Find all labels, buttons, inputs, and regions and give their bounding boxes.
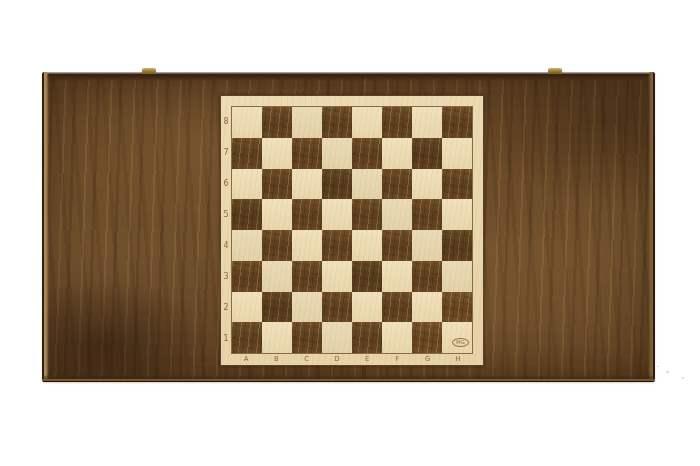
square-f4 xyxy=(382,230,412,261)
square-h8 xyxy=(442,107,472,138)
square-f8 xyxy=(382,107,412,138)
square-f3 xyxy=(382,261,412,292)
square-a1 xyxy=(232,322,262,353)
square-e5 xyxy=(352,199,382,230)
wooden-chess-box: 87654321 ABCDEFGH MG xyxy=(42,72,655,382)
rank-label-7: 7 xyxy=(221,137,231,168)
square-g7 xyxy=(412,138,442,169)
square-h3 xyxy=(442,261,472,292)
square-d6 xyxy=(322,169,352,200)
box-bottom-edge xyxy=(42,375,655,382)
rank-label-6: 6 xyxy=(221,168,231,199)
rank-label-5: 5 xyxy=(221,199,231,230)
square-g2 xyxy=(412,292,442,323)
rank-label-3: 3 xyxy=(221,261,231,292)
square-c8 xyxy=(292,107,322,138)
maker-logo: MG xyxy=(452,338,469,347)
square-g1 xyxy=(412,322,442,353)
square-f7 xyxy=(382,138,412,169)
rank-label-4: 4 xyxy=(221,230,231,261)
square-c5 xyxy=(292,199,322,230)
file-label-h: H xyxy=(443,353,473,365)
rank-label-1: 1 xyxy=(221,323,231,354)
square-h6 xyxy=(442,169,472,200)
square-b8 xyxy=(262,107,292,138)
file-label-c: C xyxy=(292,353,322,365)
file-label-d: D xyxy=(322,353,352,365)
square-c4 xyxy=(292,230,322,261)
rank-labels: 87654321 xyxy=(221,106,231,354)
square-e1 xyxy=(352,322,382,353)
square-e4 xyxy=(352,230,382,261)
dust-speck xyxy=(682,377,684,379)
square-d2 xyxy=(322,292,352,323)
square-e7 xyxy=(352,138,382,169)
square-b4 xyxy=(262,230,292,261)
file-label-f: F xyxy=(382,353,412,365)
photo-canvas: 87654321 ABCDEFGH MG xyxy=(0,0,700,466)
square-e8 xyxy=(352,107,382,138)
box-left-edge xyxy=(42,72,49,382)
square-b2 xyxy=(262,292,292,323)
square-g8 xyxy=(412,107,442,138)
square-a4 xyxy=(232,230,262,261)
file-label-a: A xyxy=(231,353,261,365)
square-b7 xyxy=(262,138,292,169)
file-label-e: E xyxy=(352,353,382,365)
square-f5 xyxy=(382,199,412,230)
file-label-g: G xyxy=(413,353,443,365)
square-b1 xyxy=(262,322,292,353)
file-labels: ABCDEFGH xyxy=(231,353,473,365)
square-h2 xyxy=(442,292,472,323)
square-g5 xyxy=(412,199,442,230)
square-d7 xyxy=(322,138,352,169)
board-grid xyxy=(231,106,473,354)
dust-speck xyxy=(657,366,659,367)
square-d8 xyxy=(322,107,352,138)
box-top-edge xyxy=(42,72,655,81)
square-a8 xyxy=(232,107,262,138)
square-d1 xyxy=(322,322,352,353)
rank-label-2: 2 xyxy=(221,292,231,323)
square-c7 xyxy=(292,138,322,169)
square-f1 xyxy=(382,322,412,353)
square-a5 xyxy=(232,199,262,230)
square-e6 xyxy=(352,169,382,200)
square-f2 xyxy=(382,292,412,323)
brass-hinge-right xyxy=(548,68,562,74)
square-d4 xyxy=(322,230,352,261)
square-a3 xyxy=(232,261,262,292)
file-label-b: B xyxy=(261,353,291,365)
square-a7 xyxy=(232,138,262,169)
square-d5 xyxy=(322,199,352,230)
square-b5 xyxy=(262,199,292,230)
dust-speck xyxy=(666,371,669,373)
square-a6 xyxy=(232,169,262,200)
square-b6 xyxy=(262,169,292,200)
square-c2 xyxy=(292,292,322,323)
square-g4 xyxy=(412,230,442,261)
square-e2 xyxy=(352,292,382,323)
box-right-edge xyxy=(648,72,655,382)
chess-board: 87654321 ABCDEFGH MG xyxy=(220,95,484,366)
brass-hinge-left xyxy=(142,68,156,74)
square-h4 xyxy=(442,230,472,261)
square-h5 xyxy=(442,199,472,230)
square-c1 xyxy=(292,322,322,353)
square-f6 xyxy=(382,169,412,200)
square-d3 xyxy=(322,261,352,292)
rank-label-8: 8 xyxy=(221,106,231,137)
square-h7 xyxy=(442,138,472,169)
square-c3 xyxy=(292,261,322,292)
square-c6 xyxy=(292,169,322,200)
square-g3 xyxy=(412,261,442,292)
square-g6 xyxy=(412,169,442,200)
square-a2 xyxy=(232,292,262,323)
square-b3 xyxy=(262,261,292,292)
square-e3 xyxy=(352,261,382,292)
